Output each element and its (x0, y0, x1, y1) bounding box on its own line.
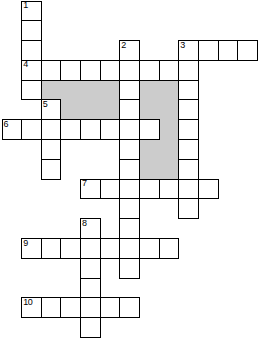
crossword-cell[interactable] (178, 60, 199, 81)
crossword-cell[interactable] (100, 179, 121, 200)
crossword-cell[interactable] (178, 179, 199, 200)
crossword-board: 12345678910 (2, 1, 257, 338)
crossword-page: 12345678910 (0, 0, 261, 341)
crossword-cell[interactable] (119, 99, 140, 120)
crossword-cell[interactable]: 6 (2, 119, 23, 140)
clue-number: 10 (23, 298, 32, 307)
shaded-cell (159, 119, 180, 140)
crossword-cell[interactable] (41, 119, 62, 140)
crossword-cell[interactable] (198, 40, 219, 61)
shaded-cell (159, 159, 180, 180)
crossword-cell[interactable]: 1 (21, 1, 42, 22)
crossword-cell[interactable] (119, 159, 140, 180)
crossword-cell[interactable] (41, 139, 62, 160)
crossword-cell[interactable] (119, 119, 140, 140)
crossword-cell[interactable] (100, 238, 121, 259)
crossword-cell[interactable] (60, 60, 81, 81)
crossword-cell[interactable]: 3 (178, 40, 199, 61)
crossword-cell[interactable] (41, 60, 62, 81)
shaded-cell (41, 80, 62, 101)
crossword-cell[interactable] (178, 139, 199, 160)
crossword-cell[interactable] (159, 238, 180, 259)
crossword-cell[interactable] (159, 179, 180, 200)
shaded-cell (100, 80, 121, 101)
crossword-cell[interactable] (159, 60, 180, 81)
crossword-cell[interactable] (119, 258, 140, 279)
clue-number: 7 (82, 179, 87, 188)
shaded-cell (60, 99, 81, 120)
crossword-cell[interactable] (80, 317, 101, 338)
crossword-cell[interactable] (139, 119, 160, 140)
clue-number: 6 (4, 120, 9, 129)
clue-number: 2 (121, 41, 126, 50)
crossword-cell[interactable] (119, 198, 140, 219)
crossword-cell[interactable] (100, 119, 121, 140)
clue-number: 1 (23, 1, 28, 10)
crossword-cell[interactable] (237, 40, 258, 61)
crossword-cell[interactable] (21, 119, 42, 140)
crossword-cell[interactable] (119, 218, 140, 239)
clue-number: 8 (82, 219, 87, 228)
crossword-cell[interactable]: 8 (80, 218, 101, 239)
shaded-cell (159, 80, 180, 101)
clue-number: 4 (23, 60, 28, 69)
crossword-cell[interactable] (80, 258, 101, 279)
crossword-cell[interactable] (80, 60, 101, 81)
shaded-cell (100, 99, 121, 120)
shaded-cell (139, 139, 160, 160)
crossword-cell[interactable] (139, 179, 160, 200)
crossword-cell[interactable] (21, 40, 42, 61)
crossword-cell[interactable] (21, 80, 42, 101)
crossword-cell[interactable]: 2 (119, 40, 140, 61)
crossword-cell[interactable] (178, 99, 199, 120)
crossword-cell[interactable] (100, 297, 121, 318)
shaded-cell (159, 99, 180, 120)
crossword-cell[interactable] (80, 119, 101, 140)
crossword-cell[interactable]: 10 (21, 297, 42, 318)
crossword-cell[interactable] (41, 297, 62, 318)
clue-number: 3 (180, 41, 185, 50)
shaded-cell (139, 99, 160, 120)
crossword-cell[interactable] (60, 119, 81, 140)
crossword-cell[interactable] (119, 238, 140, 259)
crossword-cell[interactable] (198, 179, 219, 200)
crossword-cell[interactable]: 9 (21, 238, 42, 259)
shaded-cell (60, 80, 81, 101)
crossword-cell[interactable] (80, 278, 101, 299)
shaded-cell (80, 99, 101, 120)
shaded-cell (159, 139, 180, 160)
clue-number: 5 (43, 100, 48, 109)
crossword-cell[interactable] (80, 238, 101, 259)
crossword-cell[interactable]: 5 (41, 99, 62, 120)
crossword-cell[interactable] (178, 119, 199, 140)
crossword-cell[interactable]: 4 (21, 60, 42, 81)
crossword-cell[interactable] (178, 80, 199, 101)
clue-number: 9 (23, 239, 28, 248)
crossword-cell[interactable] (100, 60, 121, 81)
crossword-cell[interactable] (119, 60, 140, 81)
crossword-cell[interactable] (178, 159, 199, 180)
shaded-cell (80, 80, 101, 101)
crossword-cell[interactable] (41, 238, 62, 259)
crossword-cell[interactable] (178, 198, 199, 219)
crossword-cell[interactable] (21, 20, 42, 41)
shaded-cell (139, 80, 160, 101)
crossword-cell[interactable] (119, 139, 140, 160)
crossword-cell[interactable] (218, 40, 239, 61)
crossword-cell[interactable]: 7 (80, 179, 101, 200)
crossword-cell[interactable] (80, 297, 101, 318)
crossword-cell[interactable] (139, 60, 160, 81)
crossword-cell[interactable] (119, 80, 140, 101)
crossword-cell[interactable] (60, 238, 81, 259)
shaded-cell (139, 159, 160, 180)
crossword-cell[interactable] (119, 179, 140, 200)
crossword-cell[interactable] (41, 159, 62, 180)
crossword-cell[interactable] (139, 238, 160, 259)
crossword-cell[interactable] (60, 297, 81, 318)
crossword-cell[interactable] (119, 297, 140, 318)
